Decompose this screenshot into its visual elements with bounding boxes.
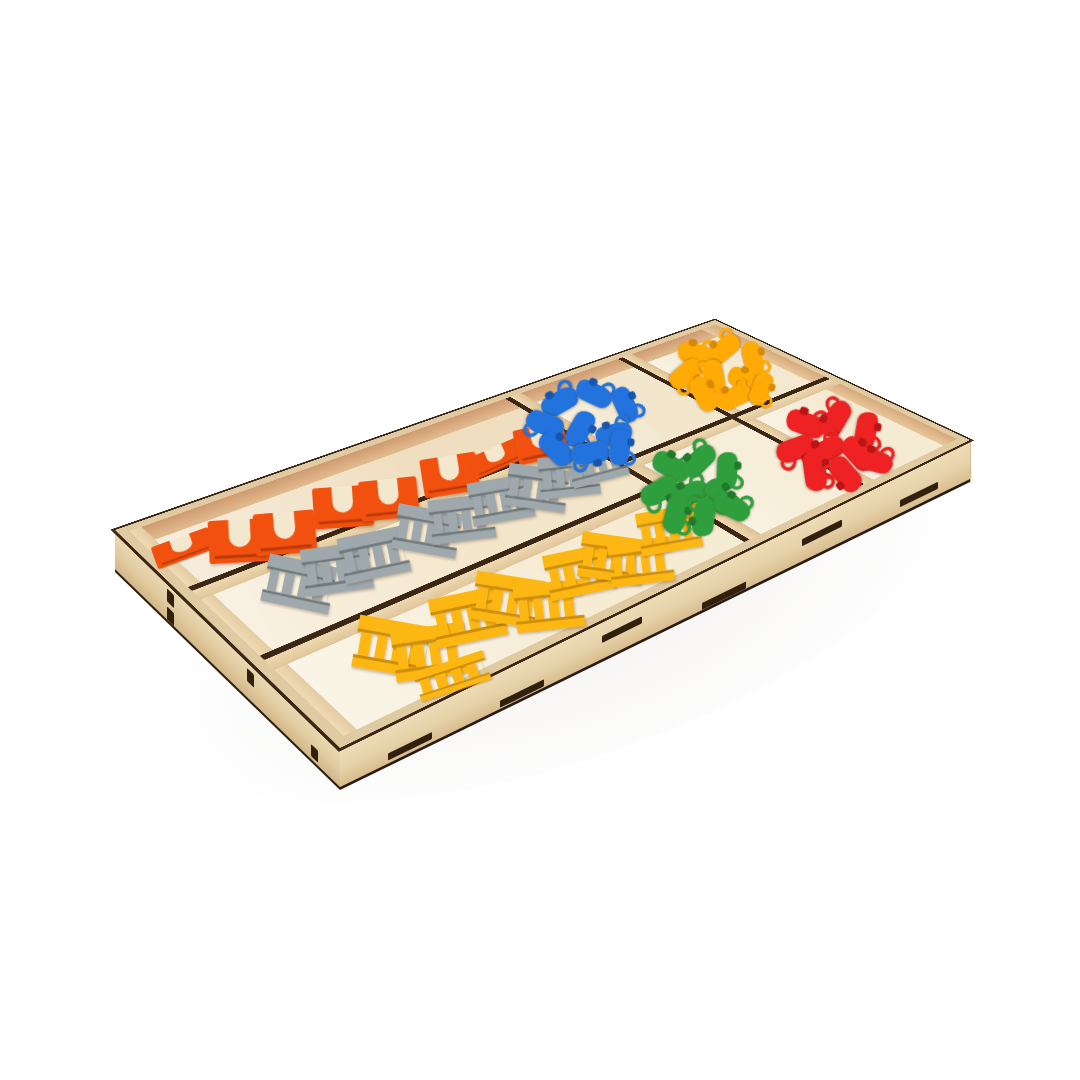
- board-game-organizer-photo: [0, 0, 1080, 1080]
- finger-joint-slot: [167, 588, 174, 608]
- finger-joint-slot: [802, 520, 842, 547]
- blue-ship-token: [608, 428, 631, 466]
- finger-joint-slot: [247, 668, 254, 688]
- finger-joint-slot: [311, 744, 318, 763]
- finger-joint-slot: [167, 606, 174, 626]
- finger-joint-slot: [602, 616, 642, 643]
